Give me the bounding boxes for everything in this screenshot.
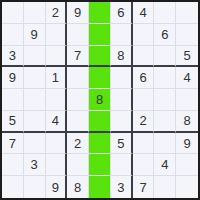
cell-r6c9[interactable]: 8: [176, 111, 198, 133]
cell-r4c5[interactable]: [89, 67, 111, 89]
cell-r3c2[interactable]: [24, 46, 46, 68]
cell-r5c9[interactable]: [176, 89, 198, 111]
cell-r7c4[interactable]: 2: [67, 133, 89, 155]
cell-r1c9[interactable]: [176, 2, 198, 24]
cell-r9c4[interactable]: 8: [67, 176, 89, 198]
cell-r6c6[interactable]: [111, 111, 133, 133]
cell-r2c9[interactable]: [176, 24, 198, 46]
cell-r6c1[interactable]: 5: [2, 111, 24, 133]
cell-r6c4[interactable]: [67, 111, 89, 133]
cell-r7c5[interactable]: [89, 133, 111, 155]
cell-r8c6[interactable]: [111, 154, 133, 176]
cell-r5c8[interactable]: [154, 89, 176, 111]
cell-r9c1[interactable]: [2, 176, 24, 198]
cell-r8c8[interactable]: 4: [154, 154, 176, 176]
cell-r2c8[interactable]: 6: [154, 24, 176, 46]
cell-r8c9[interactable]: [176, 154, 198, 176]
cell-r1c4[interactable]: 9: [67, 2, 89, 24]
cell-r4c8[interactable]: [154, 67, 176, 89]
cell-r3c7[interactable]: [133, 46, 155, 68]
cell-r8c4[interactable]: [67, 154, 89, 176]
cell-r6c3[interactable]: 4: [46, 111, 68, 133]
cell-r5c7[interactable]: [133, 89, 155, 111]
cell-r2c1[interactable]: [2, 24, 24, 46]
cell-r1c7[interactable]: 4: [133, 2, 155, 24]
cell-r9c7[interactable]: 7: [133, 176, 155, 198]
cell-r7c8[interactable]: [154, 133, 176, 155]
cell-r5c3[interactable]: [46, 89, 68, 111]
cell-r8c7[interactable]: [133, 154, 155, 176]
cell-r5c1[interactable]: [2, 89, 24, 111]
cell-r4c6[interactable]: [111, 67, 133, 89]
cell-r9c8[interactable]: [154, 176, 176, 198]
cell-r2c4[interactable]: [67, 24, 89, 46]
cell-r1c1[interactable]: [2, 2, 24, 24]
cell-r6c7[interactable]: 2: [133, 111, 155, 133]
cell-r4c3[interactable]: 1: [46, 67, 68, 89]
cell-r3c4[interactable]: 7: [67, 46, 89, 68]
cell-r4c9[interactable]: 4: [176, 67, 198, 89]
cell-r8c5[interactable]: [89, 154, 111, 176]
cell-r8c1[interactable]: [2, 154, 24, 176]
cell-r1c6[interactable]: 6: [111, 2, 133, 24]
cell-r1c5[interactable]: [89, 2, 111, 24]
cell-r7c1[interactable]: 7: [2, 133, 24, 155]
cell-r4c4[interactable]: [67, 67, 89, 89]
cell-r9c5[interactable]: [89, 176, 111, 198]
cell-r2c5[interactable]: [89, 24, 111, 46]
cell-r3c6[interactable]: 8: [111, 46, 133, 68]
cell-r8c2[interactable]: 3: [24, 154, 46, 176]
cell-r3c8[interactable]: [154, 46, 176, 68]
cell-r4c2[interactable]: [24, 67, 46, 89]
cell-r2c2[interactable]: 9: [24, 24, 46, 46]
cell-r5c6[interactable]: [111, 89, 133, 111]
cell-r6c8[interactable]: [154, 111, 176, 133]
sudoku-board: 29649637859164854287259349837: [0, 0, 200, 200]
cell-r3c1[interactable]: 3: [2, 46, 24, 68]
cell-r7c7[interactable]: [133, 133, 155, 155]
cell-r4c7[interactable]: 6: [133, 67, 155, 89]
cell-r9c2[interactable]: [24, 176, 46, 198]
cell-r9c3[interactable]: 9: [46, 176, 68, 198]
cell-r7c6[interactable]: 5: [111, 133, 133, 155]
cell-r5c4[interactable]: [67, 89, 89, 111]
cell-r1c8[interactable]: [154, 2, 176, 24]
cell-r1c3[interactable]: 2: [46, 2, 68, 24]
cell-r7c2[interactable]: [24, 133, 46, 155]
cell-r1c2[interactable]: [24, 2, 46, 24]
cell-r7c9[interactable]: 9: [176, 133, 198, 155]
cell-r9c6[interactable]: 3: [111, 176, 133, 198]
cell-r8c3[interactable]: [46, 154, 68, 176]
cell-r2c3[interactable]: [46, 24, 68, 46]
cell-r6c2[interactable]: [24, 111, 46, 133]
cell-r2c7[interactable]: [133, 24, 155, 46]
cell-r9c9[interactable]: [176, 176, 198, 198]
cell-r5c5[interactable]: 8: [89, 89, 111, 111]
cell-r3c3[interactable]: [46, 46, 68, 68]
cell-r4c1[interactable]: 9: [2, 67, 24, 89]
cell-r3c5[interactable]: [89, 46, 111, 68]
cell-r5c2[interactable]: [24, 89, 46, 111]
cell-r7c3[interactable]: [46, 133, 68, 155]
cell-r2c6[interactable]: [111, 24, 133, 46]
cell-r3c9[interactable]: 5: [176, 46, 198, 68]
cell-r6c5[interactable]: [89, 111, 111, 133]
